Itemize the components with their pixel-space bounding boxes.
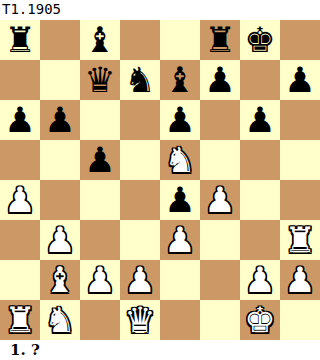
square-h8[interactable]	[280, 20, 320, 60]
square-e7[interactable]: ♝	[160, 60, 200, 100]
square-h3[interactable]: ♜	[280, 220, 320, 260]
piece-black-pawn: ♟	[44, 100, 75, 140]
piece-black-pawn: ♟	[284, 60, 315, 100]
square-b7[interactable]	[40, 60, 80, 100]
piece-black-pawn: ♟	[164, 100, 195, 140]
square-f2[interactable]	[200, 260, 240, 300]
piece-black-pawn: ♟	[204, 60, 235, 100]
piece-white-rook: ♜	[284, 220, 315, 260]
footer-bar: 1. ?	[0, 340, 320, 360]
piece-white-pawn: ♟	[84, 260, 115, 300]
square-e2[interactable]	[160, 260, 200, 300]
square-b2[interactable]: ♝	[40, 260, 80, 300]
square-a4[interactable]: ♟	[0, 180, 40, 220]
piece-black-rook: ♜	[4, 20, 35, 60]
piece-black-pawn: ♟	[4, 100, 35, 140]
piece-white-pawn: ♟	[44, 220, 75, 260]
square-a7[interactable]	[0, 60, 40, 100]
square-a3[interactable]	[0, 220, 40, 260]
piece-white-pawn: ♟	[4, 180, 35, 220]
square-d6[interactable]	[120, 100, 160, 140]
square-b8[interactable]	[40, 20, 80, 60]
square-e6[interactable]: ♟	[160, 100, 200, 140]
square-c2[interactable]: ♟	[80, 260, 120, 300]
square-g8[interactable]: ♚	[240, 20, 280, 60]
piece-white-rook: ♜	[4, 300, 35, 340]
square-h5[interactable]	[280, 140, 320, 180]
piece-black-knight: ♞	[124, 60, 155, 100]
piece-white-queen: ♛	[124, 300, 155, 340]
square-d1[interactable]: ♛	[120, 300, 160, 340]
piece-white-pawn: ♟	[204, 180, 235, 220]
square-g4[interactable]	[240, 180, 280, 220]
square-g7[interactable]	[240, 60, 280, 100]
piece-black-pawn: ♟	[164, 180, 195, 220]
square-e3[interactable]: ♟	[160, 220, 200, 260]
square-c4[interactable]	[80, 180, 120, 220]
chess-board: ♜♝♜♚♛♞♝♟♟♟♟♟♟♟♞♟♟♟♟♟♜♝♟♟♟♟♜♞♛♚	[0, 20, 320, 340]
piece-white-king: ♚	[244, 300, 275, 340]
square-f3[interactable]	[200, 220, 240, 260]
square-f6[interactable]	[200, 100, 240, 140]
square-a6[interactable]: ♟	[0, 100, 40, 140]
piece-black-pawn: ♟	[84, 140, 115, 180]
square-d7[interactable]: ♞	[120, 60, 160, 100]
piece-black-king: ♚	[244, 20, 275, 60]
title-bar: T1.1905	[0, 0, 320, 20]
square-h7[interactable]: ♟	[280, 60, 320, 100]
square-h2[interactable]: ♟	[280, 260, 320, 300]
piece-white-pawn: ♟	[164, 220, 195, 260]
piece-white-bishop: ♝	[44, 260, 75, 300]
square-c1[interactable]	[80, 300, 120, 340]
piece-white-pawn: ♟	[124, 260, 155, 300]
square-h6[interactable]	[280, 100, 320, 140]
square-f8[interactable]: ♜	[200, 20, 240, 60]
piece-black-queen: ♛	[84, 60, 115, 100]
square-d4[interactable]	[120, 180, 160, 220]
page-title: T1.1905	[2, 1, 61, 18]
square-d2[interactable]: ♟	[120, 260, 160, 300]
piece-black-bishop: ♝	[164, 60, 195, 100]
piece-white-knight: ♞	[164, 140, 195, 180]
square-g6[interactable]: ♟	[240, 100, 280, 140]
square-c7[interactable]: ♛	[80, 60, 120, 100]
square-g3[interactable]	[240, 220, 280, 260]
piece-white-knight: ♞	[44, 300, 75, 340]
square-c8[interactable]: ♝	[80, 20, 120, 60]
square-e4[interactable]: ♟	[160, 180, 200, 220]
piece-black-bishop: ♝	[84, 20, 115, 60]
square-a8[interactable]: ♜	[0, 20, 40, 60]
square-e8[interactable]	[160, 20, 200, 60]
square-g2[interactable]: ♟	[240, 260, 280, 300]
square-b5[interactable]	[40, 140, 80, 180]
square-h4[interactable]	[280, 180, 320, 220]
square-b6[interactable]: ♟	[40, 100, 80, 140]
move-prompt: 1. ?	[10, 342, 40, 359]
square-b3[interactable]: ♟	[40, 220, 80, 260]
square-a5[interactable]	[0, 140, 40, 180]
square-c3[interactable]	[80, 220, 120, 260]
square-b4[interactable]	[40, 180, 80, 220]
square-d8[interactable]	[120, 20, 160, 60]
chess-puzzle-page: T1.1905 ♜♝♜♚♛♞♝♟♟♟♟♟♟♟♞♟♟♟♟♟♜♝♟♟♟♟♜♞♛♚ 1…	[0, 0, 320, 360]
square-f5[interactable]	[200, 140, 240, 180]
piece-black-rook: ♜	[204, 20, 235, 60]
piece-white-pawn: ♟	[284, 260, 315, 300]
square-b1[interactable]: ♞	[40, 300, 80, 340]
square-c5[interactable]: ♟	[80, 140, 120, 180]
square-c6[interactable]	[80, 100, 120, 140]
square-f7[interactable]: ♟	[200, 60, 240, 100]
square-g1[interactable]: ♚	[240, 300, 280, 340]
square-f1[interactable]	[200, 300, 240, 340]
square-d5[interactable]	[120, 140, 160, 180]
square-a1[interactable]: ♜	[0, 300, 40, 340]
piece-white-pawn: ♟	[244, 260, 275, 300]
square-d3[interactable]	[120, 220, 160, 260]
piece-black-pawn: ♟	[244, 100, 275, 140]
square-f4[interactable]: ♟	[200, 180, 240, 220]
square-e1[interactable]	[160, 300, 200, 340]
square-a2[interactable]	[0, 260, 40, 300]
square-e5[interactable]: ♞	[160, 140, 200, 180]
square-h1[interactable]	[280, 300, 320, 340]
square-g5[interactable]	[240, 140, 280, 180]
